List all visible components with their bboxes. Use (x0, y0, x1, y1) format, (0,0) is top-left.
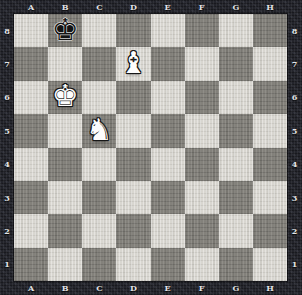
file-label-c: C (82, 0, 116, 14)
square-b1[interactable] (48, 248, 82, 281)
square-a8[interactable] (14, 14, 48, 47)
file-label-a: A (14, 0, 48, 14)
file-label-a: A (14, 281, 48, 295)
square-d7[interactable]: ♝ (116, 47, 150, 80)
square-c2[interactable] (82, 214, 116, 247)
file-label-d: D (116, 0, 150, 14)
rank-label-2: 2 (0, 214, 14, 247)
square-c8[interactable] (82, 14, 116, 47)
file-label-f: F (185, 0, 219, 14)
rank-label-8: 8 (287, 14, 302, 47)
square-f4[interactable] (185, 148, 219, 181)
square-g2[interactable] (219, 214, 253, 247)
square-g7[interactable] (219, 47, 253, 80)
square-h5[interactable] (253, 114, 287, 147)
square-f7[interactable] (185, 47, 219, 80)
file-label-g: G (219, 0, 253, 14)
file-labels-bottom: ABCDEFGH (14, 281, 287, 295)
square-c3[interactable] (82, 181, 116, 214)
square-a6[interactable] (14, 81, 48, 114)
rank-label-8: 8 (0, 14, 14, 47)
square-c4[interactable] (82, 148, 116, 181)
square-e6[interactable] (151, 81, 185, 114)
square-d8[interactable] (116, 14, 150, 47)
square-a5[interactable] (14, 114, 48, 147)
square-b5[interactable] (48, 114, 82, 147)
piece-white-knight[interactable]: ♞ (86, 115, 113, 145)
rank-label-7: 7 (0, 47, 14, 80)
square-e2[interactable] (151, 214, 185, 247)
rank-label-6: 6 (0, 81, 14, 114)
square-b4[interactable] (48, 148, 82, 181)
square-h1[interactable] (253, 248, 287, 281)
file-label-h: H (253, 0, 287, 14)
rank-label-3: 3 (0, 181, 14, 214)
chess-board-frame: ABCDEFGH 87654321 ♚♝♚♞ 87654321 ABCDEFGH (0, 0, 302, 295)
square-e1[interactable] (151, 248, 185, 281)
file-label-e: E (151, 0, 185, 14)
square-a2[interactable] (14, 214, 48, 247)
chess-board: ♚♝♚♞ (14, 14, 287, 281)
rank-label-1: 1 (0, 248, 14, 281)
square-f8[interactable] (185, 14, 219, 47)
rank-label-4: 4 (287, 148, 302, 181)
file-label-f: F (185, 281, 219, 295)
square-f6[interactable] (185, 81, 219, 114)
square-c1[interactable] (82, 248, 116, 281)
rank-label-4: 4 (0, 148, 14, 181)
square-e4[interactable] (151, 148, 185, 181)
rank-label-5: 5 (287, 114, 302, 147)
square-h8[interactable] (253, 14, 287, 47)
square-e5[interactable] (151, 114, 185, 147)
rank-label-5: 5 (0, 114, 14, 147)
piece-white-king[interactable]: ♚ (52, 81, 79, 111)
square-f5[interactable] (185, 114, 219, 147)
square-c7[interactable] (82, 47, 116, 80)
square-e7[interactable] (151, 47, 185, 80)
square-g8[interactable] (219, 14, 253, 47)
square-h2[interactable] (253, 214, 287, 247)
square-b3[interactable] (48, 181, 82, 214)
square-d6[interactable] (116, 81, 150, 114)
square-f3[interactable] (185, 181, 219, 214)
square-g3[interactable] (219, 181, 253, 214)
piece-black-king[interactable]: ♚ (52, 15, 79, 45)
file-label-c: C (82, 281, 116, 295)
square-b7[interactable] (48, 47, 82, 80)
piece-white-bishop[interactable]: ♝ (120, 48, 147, 78)
square-g1[interactable] (219, 248, 253, 281)
square-d5[interactable] (116, 114, 150, 147)
file-label-d: D (116, 281, 150, 295)
square-d1[interactable] (116, 248, 150, 281)
square-b6[interactable]: ♚ (48, 81, 82, 114)
square-g5[interactable] (219, 114, 253, 147)
square-e3[interactable] (151, 181, 185, 214)
file-label-h: H (253, 281, 287, 295)
square-h4[interactable] (253, 148, 287, 181)
square-f1[interactable] (185, 248, 219, 281)
square-e8[interactable] (151, 14, 185, 47)
file-label-b: B (48, 281, 82, 295)
square-a4[interactable] (14, 148, 48, 181)
file-label-g: G (219, 281, 253, 295)
square-d4[interactable] (116, 148, 150, 181)
square-d2[interactable] (116, 214, 150, 247)
square-f2[interactable] (185, 214, 219, 247)
rank-label-2: 2 (287, 214, 302, 247)
file-label-e: E (151, 281, 185, 295)
square-g6[interactable] (219, 81, 253, 114)
square-a1[interactable] (14, 248, 48, 281)
rank-labels-right: 87654321 (287, 14, 302, 281)
square-h7[interactable] (253, 47, 287, 80)
square-h3[interactable] (253, 181, 287, 214)
square-b8[interactable]: ♚ (48, 14, 82, 47)
square-h6[interactable] (253, 81, 287, 114)
square-c5[interactable]: ♞ (82, 114, 116, 147)
rank-label-7: 7 (287, 47, 302, 80)
square-g4[interactable] (219, 148, 253, 181)
rank-label-6: 6 (287, 81, 302, 114)
rank-label-1: 1 (287, 248, 302, 281)
square-b2[interactable] (48, 214, 82, 247)
rank-labels-left: 87654321 (0, 14, 14, 281)
square-a7[interactable] (14, 47, 48, 80)
square-a3[interactable] (14, 181, 48, 214)
square-c6[interactable] (82, 81, 116, 114)
rank-label-3: 3 (287, 181, 302, 214)
square-d3[interactable] (116, 181, 150, 214)
